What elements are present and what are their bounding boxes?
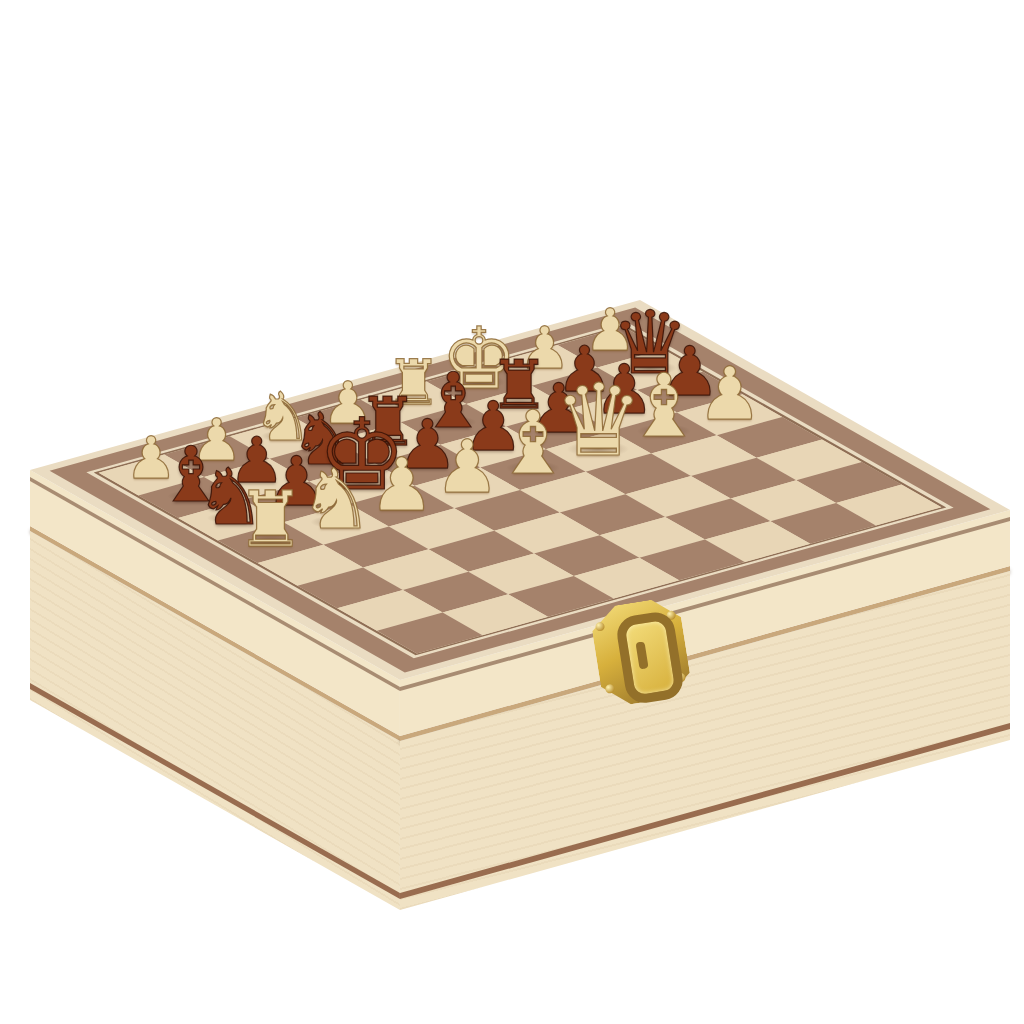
piece-white-rook-a5[interactable]: ♜ xyxy=(236,481,305,558)
piece-white-bishop-g5[interactable]: ♝ xyxy=(625,363,703,450)
product-photo-scene: ♟♟♞♟♜♚♟♟♝♟♞♜♝♜♟♛♞♟♚♟♟♟♟♟♜♞♟♟♝♛♝♟ xyxy=(0,0,1024,1024)
piece-white-pawn-d5[interactable]: ♟ xyxy=(435,429,500,502)
piece-white-pawn-h5[interactable]: ♟ xyxy=(697,356,762,429)
piece-white-pawn-c5[interactable]: ♟ xyxy=(369,448,434,521)
brass-clasp[interactable] xyxy=(586,593,695,710)
piece-white-knight-b5[interactable]: ♞ xyxy=(299,458,373,541)
